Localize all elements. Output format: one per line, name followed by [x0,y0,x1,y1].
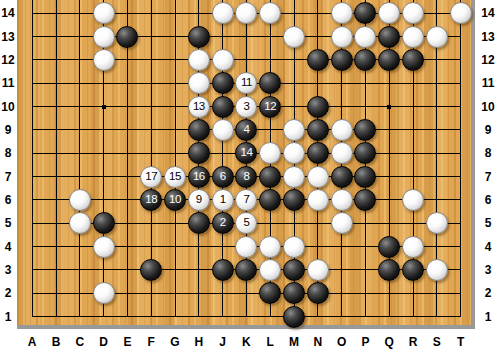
stone-white[interactable]: 17 [140,166,162,188]
row-label-left: 5 [0,215,16,231]
row-label-right: 10 [477,99,499,115]
stone-black[interactable] [307,282,329,304]
column-label: S [427,334,447,350]
row-label-left: 7 [0,169,16,185]
move-number: 18 [141,190,161,210]
stone-black[interactable] [331,166,353,188]
stone-white[interactable] [93,282,115,304]
stone-white[interactable] [307,189,329,211]
stone-black[interactable] [378,236,400,258]
stone-white[interactable] [426,259,448,281]
row-label-right: 3 [477,262,499,278]
stone-white[interactable] [331,2,353,24]
stone-black[interactable] [402,259,424,281]
stone-white[interactable] [331,26,353,48]
stone-white[interactable] [69,212,91,234]
stone-white[interactable]: 1 [212,189,234,211]
row-label-left: 2 [0,285,16,301]
stone-black[interactable]: 4 [235,119,257,141]
stone-white[interactable] [307,259,329,281]
move-number: 12 [260,97,280,117]
stone-black[interactable] [212,72,234,94]
stone-white[interactable] [93,2,115,24]
row-label-right: 9 [477,122,499,138]
go-app-window: 1113312414171516681810917251413121110987… [0,0,500,356]
stone-white[interactable] [331,189,353,211]
row-label-left: 14 [0,5,16,21]
column-label: J [213,334,233,350]
move-number: 8 [236,167,256,187]
stone-black[interactable]: 8 [235,166,257,188]
column-label: Q [379,334,399,350]
stone-black[interactable] [402,49,424,71]
stone-black[interactable]: 18 [140,189,162,211]
move-number: 2 [213,213,233,233]
stone-black[interactable] [116,26,138,48]
stone-white[interactable] [69,189,91,211]
row-label-right: 11 [477,75,499,91]
stone-white[interactable]: 11 [235,72,257,94]
row-label-right: 1 [477,309,499,325]
stone-black[interactable] [283,306,305,328]
column-label: H [189,334,209,350]
row-label-right: 8 [477,145,499,161]
move-number: 3 [236,97,256,117]
row-label-right: 14 [477,5,499,21]
row-label-right: 5 [477,215,499,231]
star-point [387,105,391,109]
stone-black[interactable] [307,142,329,164]
column-label: O [332,334,352,350]
row-label-left: 10 [0,99,16,115]
stone-black[interactable] [140,259,162,281]
stone-black[interactable] [188,212,210,234]
stone-white[interactable] [354,26,376,48]
column-label: K [236,334,256,350]
stone-black[interactable] [259,166,281,188]
row-label-left: 9 [0,122,16,138]
stone-black[interactable] [331,49,353,71]
stone-white[interactable]: 15 [164,166,186,188]
column-label: G [165,334,185,350]
column-label: P [355,334,375,350]
row-label-right: 2 [477,285,499,301]
stone-black[interactable]: 12 [259,96,281,118]
move-number: 10 [165,190,185,210]
row-label-left: 6 [0,192,16,208]
stone-white[interactable] [212,119,234,141]
stone-white[interactable] [402,236,424,258]
star-point [102,105,106,109]
stone-white[interactable] [307,166,329,188]
column-label: R [403,334,423,350]
stone-black[interactable] [283,189,305,211]
stone-white[interactable] [259,259,281,281]
stone-black[interactable] [212,259,234,281]
row-label-right: 6 [477,192,499,208]
move-number: 14 [236,143,256,163]
move-number: 9 [189,190,209,210]
move-number: 6 [213,167,233,187]
move-number: 4 [236,120,256,140]
stone-white[interactable] [331,142,353,164]
column-label: C [70,334,90,350]
row-label-left: 3 [0,262,16,278]
stone-white[interactable] [93,49,115,71]
stone-black[interactable] [283,259,305,281]
move-number: 11 [236,73,256,93]
column-label: A [22,334,42,350]
stone-white[interactable] [283,26,305,48]
stone-white[interactable] [283,119,305,141]
stone-black[interactable] [307,49,329,71]
row-label-left: 8 [0,145,16,161]
column-label: L [260,334,280,350]
row-label-left: 1 [0,309,16,325]
stone-white[interactable]: 13 [188,96,210,118]
stone-white[interactable] [188,49,210,71]
stone-white[interactable] [331,212,353,234]
stone-black[interactable] [212,96,234,118]
stone-white[interactable] [426,26,448,48]
stone-white[interactable] [450,2,472,24]
stone-black[interactable] [378,26,400,48]
row-label-left: 13 [0,29,16,45]
stone-black[interactable] [307,119,329,141]
stone-white[interactable] [93,26,115,48]
stone-white[interactable] [283,236,305,258]
stone-white[interactable] [93,236,115,258]
move-number: 5 [236,213,256,233]
board-shadow-bottom [17,325,475,329]
column-label: T [451,334,471,350]
stone-black[interactable]: 14 [235,142,257,164]
stone-black[interactable] [307,96,329,118]
column-label: D [94,334,114,350]
stone-black[interactable] [93,212,115,234]
stone-white[interactable] [235,236,257,258]
stone-white[interactable] [402,189,424,211]
stone-white[interactable] [212,49,234,71]
board-shadow-right [471,0,475,329]
stone-black[interactable] [354,166,376,188]
move-number: 15 [165,167,185,187]
row-label-left: 12 [0,52,16,68]
stone-black[interactable]: 6 [212,166,234,188]
stone-black[interactable] [259,189,281,211]
column-label: B [46,334,66,350]
stone-white[interactable] [283,166,305,188]
stone-white[interactable] [426,212,448,234]
row-label-right: 4 [477,239,499,255]
stone-white[interactable] [212,2,234,24]
row-label-right: 13 [477,29,499,45]
stone-black[interactable] [188,119,210,141]
stone-black[interactable] [378,259,400,281]
column-label: E [117,334,137,350]
stone-white[interactable]: 9 [188,189,210,211]
stone-white[interactable] [402,26,424,48]
grid-line-horizontal [32,316,461,317]
stone-white[interactable] [259,236,281,258]
stone-black[interactable]: 10 [164,189,186,211]
column-label: M [284,334,304,350]
row-label-left: 4 [0,239,16,255]
stone-white[interactable] [331,119,353,141]
stone-black[interactable]: 16 [188,166,210,188]
stone-white[interactable]: 5 [235,212,257,234]
row-label-right: 7 [477,169,499,185]
column-label: N [308,334,328,350]
stone-black[interactable] [378,49,400,71]
row-label-left: 11 [0,75,16,91]
move-number: 16 [189,167,209,187]
column-label: F [141,334,161,350]
stone-black[interactable] [188,142,210,164]
move-number: 7 [236,190,256,210]
move-number: 17 [141,167,161,187]
stone-white[interactable]: 7 [235,189,257,211]
stone-white[interactable] [188,72,210,94]
stone-white[interactable]: 3 [235,96,257,118]
stone-black[interactable]: 2 [212,212,234,234]
stone-black[interactable] [188,26,210,48]
move-number: 1 [213,190,233,210]
move-number: 13 [189,97,209,117]
row-label-right: 12 [477,52,499,68]
